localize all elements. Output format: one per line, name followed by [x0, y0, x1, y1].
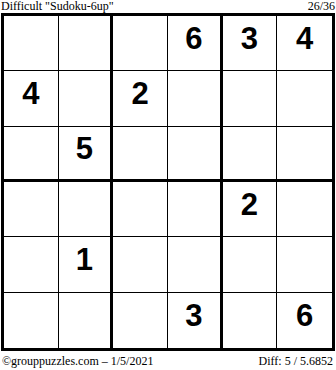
cell-r4c6-empty[interactable]	[277, 182, 332, 237]
cell-r5c2-given: 1	[59, 237, 114, 292]
cell-r1c1-empty[interactable]	[4, 16, 59, 71]
cell-r2c2-empty[interactable]	[59, 71, 114, 126]
cell-r3c4-empty[interactable]	[168, 127, 223, 182]
cell-r5c6-empty[interactable]	[277, 237, 332, 292]
cell-r3c6-empty[interactable]	[277, 127, 332, 182]
difficulty-rating: Diff: 5 / 5.6852	[259, 355, 333, 368]
cell-r5c3-empty[interactable]	[113, 237, 168, 292]
cell-r3c5-empty[interactable]	[223, 127, 278, 182]
cell-r3c3-empty[interactable]	[113, 127, 168, 182]
cell-r2c1-given: 4	[4, 71, 59, 126]
cell-r2c6-empty[interactable]	[277, 71, 332, 126]
cell-r2c4-empty[interactable]	[168, 71, 223, 126]
cell-r5c5-empty[interactable]	[223, 237, 278, 292]
board: 6344252136	[1, 13, 335, 351]
cell-r2c3-given: 2	[113, 71, 168, 126]
cell-r1c4-given: 6	[168, 16, 223, 71]
cell-r1c3-empty[interactable]	[113, 16, 168, 71]
cell-r3c1-empty[interactable]	[4, 127, 59, 182]
cell-r5c1-empty[interactable]	[4, 237, 59, 292]
cell-r4c2-empty[interactable]	[59, 182, 114, 237]
cell-r1c5-given: 3	[223, 16, 278, 71]
cell-r6c4-given: 3	[168, 293, 223, 348]
cell-r6c3-empty[interactable]	[113, 293, 168, 348]
cell-r4c1-empty[interactable]	[4, 182, 59, 237]
cell-r4c5-given: 2	[223, 182, 278, 237]
puzzle-counter: 26/36	[308, 0, 335, 12]
cell-r6c1-empty[interactable]	[4, 293, 59, 348]
cell-r3c2-given: 5	[59, 127, 114, 182]
cell-r1c6-given: 4	[277, 16, 332, 71]
copyright-date: ©grouppuzzles.com – 1/5/2021	[2, 355, 153, 368]
header: Difficult "Sudoku-6up" 26/36	[0, 0, 336, 13]
cell-r1c2-empty[interactable]	[59, 16, 114, 71]
footer: ©grouppuzzles.com – 1/5/2021 Diff: 5 / 5…	[0, 351, 336, 370]
cell-r6c2-empty[interactable]	[59, 293, 114, 348]
cell-r4c3-empty[interactable]	[113, 182, 168, 237]
cell-r6c6-given: 6	[277, 293, 332, 348]
cell-r4c4-empty[interactable]	[168, 182, 223, 237]
cell-r5c4-empty[interactable]	[168, 237, 223, 292]
cell-r2c5-empty[interactable]	[223, 71, 278, 126]
cell-r6c5-empty[interactable]	[223, 293, 278, 348]
puzzle-title: Difficult "Sudoku-6up"	[1, 0, 114, 12]
